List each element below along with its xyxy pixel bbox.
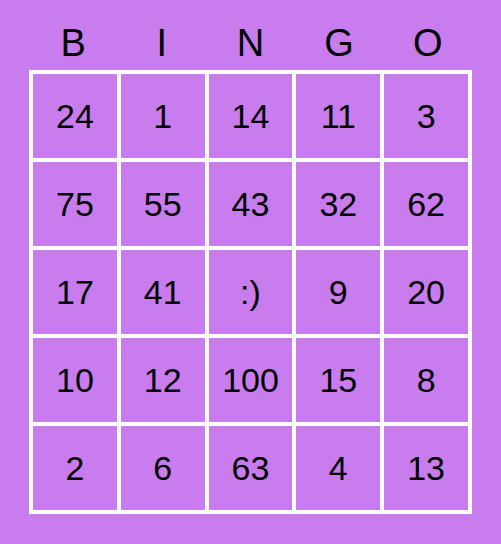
bingo-cell-r3c1[interactable]: 17 <box>33 250 117 334</box>
bingo-cell-r3c2[interactable]: 41 <box>121 250 205 334</box>
bingo-cell-r4c1[interactable]: 10 <box>33 338 117 422</box>
column-letter-n: N <box>237 24 264 62</box>
bingo-cell-r1c4[interactable]: 11 <box>296 74 380 158</box>
bingo-cell-free-space[interactable]: :) <box>209 250 293 334</box>
bingo-cell-r2c3[interactable]: 43 <box>209 162 293 246</box>
column-letter-b: B <box>61 24 86 62</box>
bingo-cell-r5c4[interactable]: 4 <box>296 426 380 510</box>
bingo-cell-r1c3[interactable]: 14 <box>209 74 293 158</box>
bingo-cell-r2c1[interactable]: 75 <box>33 162 117 246</box>
bingo-cell-r4c5[interactable]: 8 <box>384 338 468 422</box>
bingo-cell-r5c3[interactable]: 63 <box>209 426 293 510</box>
column-letter-i: I <box>157 24 168 62</box>
bingo-cell-r5c2[interactable]: 6 <box>121 426 205 510</box>
bingo-header: B I N G O <box>29 0 472 70</box>
bingo-board: 24 1 14 11 3 75 55 43 32 62 17 41 :) 9 2… <box>29 70 472 514</box>
bingo-cell-r4c2[interactable]: 12 <box>121 338 205 422</box>
bingo-cell-r2c2[interactable]: 55 <box>121 162 205 246</box>
bingo-cell-r4c3[interactable]: 100 <box>209 338 293 422</box>
bingo-cell-r2c5[interactable]: 62 <box>384 162 468 246</box>
bingo-cell-r3c5[interactable]: 20 <box>384 250 468 334</box>
bingo-cell-r1c1[interactable]: 24 <box>33 74 117 158</box>
bingo-cell-r1c5[interactable]: 3 <box>384 74 468 158</box>
column-letter-o: O <box>413 24 443 62</box>
bingo-cell-r1c2[interactable]: 1 <box>121 74 205 158</box>
bingo-cell-r3c4[interactable]: 9 <box>296 250 380 334</box>
bingo-cell-r4c4[interactable]: 15 <box>296 338 380 422</box>
column-letter-g: G <box>324 24 354 62</box>
bingo-cell-r5c5[interactable]: 13 <box>384 426 468 510</box>
bingo-cell-r2c4[interactable]: 32 <box>296 162 380 246</box>
bingo-cell-r5c1[interactable]: 2 <box>33 426 117 510</box>
